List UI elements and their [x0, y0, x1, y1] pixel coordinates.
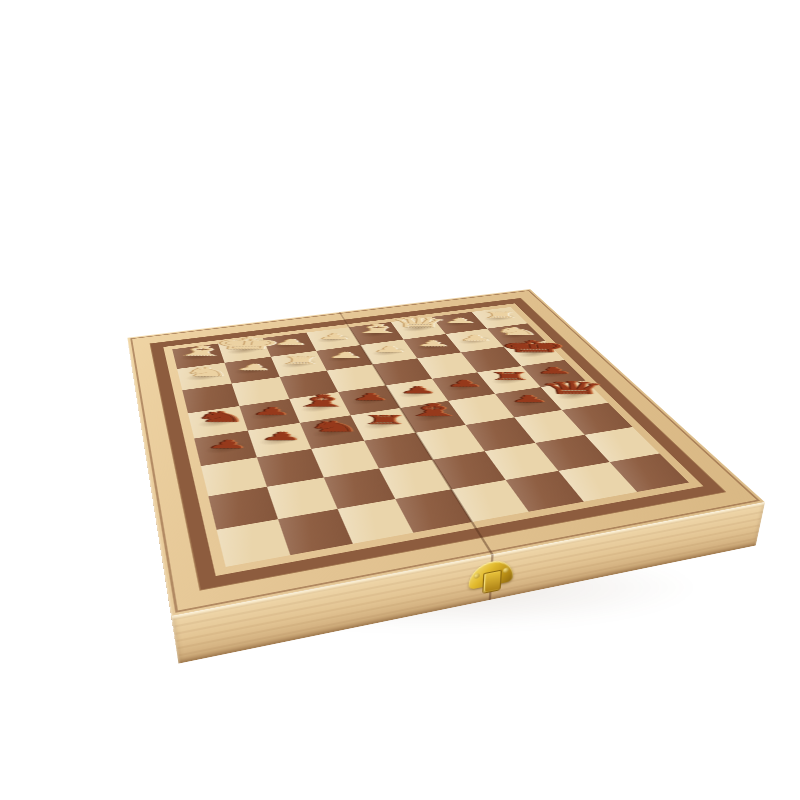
- square-g3[interactable]: [514, 410, 584, 443]
- square-b1[interactable]: [278, 509, 353, 555]
- black-pawn-icon: ♟: [534, 366, 573, 375]
- clasp-tongue-icon: [482, 570, 502, 594]
- square-f1[interactable]: [506, 471, 584, 512]
- square-g1[interactable]: [558, 462, 637, 502]
- square-e2[interactable]: [433, 451, 506, 489]
- square-a4[interactable]: [194, 431, 257, 466]
- black-knight-icon: ♞: [190, 409, 249, 424]
- white-bishop-icon: ♝: [169, 344, 232, 358]
- white-rook-icon: ♜: [480, 311, 519, 319]
- square-h2[interactable]: [585, 427, 660, 462]
- white-knight-icon: ♞: [492, 326, 541, 336]
- square-c3[interactable]: [311, 441, 379, 478]
- square-e1[interactable]: [451, 480, 528, 522]
- square-b2[interactable]: [267, 477, 338, 519]
- square-a1[interactable]: [217, 519, 291, 567]
- square-a2[interactable]: [208, 487, 278, 530]
- square-g2[interactable]: [535, 435, 609, 471]
- square-e3[interactable]: [416, 425, 485, 460]
- black-bishop-icon: ♝: [288, 392, 354, 408]
- black-pawn-icon: ♟: [204, 438, 249, 450]
- square-f2[interactable]: [485, 443, 559, 480]
- white-pawn-icon: ♟: [234, 363, 273, 372]
- white-pawn-icon: ♟: [372, 345, 408, 353]
- white-pawn-icon: ♟: [457, 334, 493, 342]
- white-pawn-icon: ♟: [327, 351, 364, 359]
- white-pawn-icon: ♟: [317, 332, 352, 340]
- square-d1[interactable]: [395, 489, 472, 532]
- white-rook-icon: ♜: [278, 355, 321, 365]
- square-c1[interactable]: [338, 499, 414, 544]
- piece-shadow: [256, 432, 301, 448]
- black-rook-icon: ♜: [361, 414, 407, 426]
- product-photo-scene: ♝♚♟♟♝♛♟♜♞♟♜♟♟♟♟♞♚♞♟♝♟♟♟♜♟♟♟♞♜♝♟♛: [0, 0, 800, 800]
- black-knight-icon: ♞: [304, 419, 361, 434]
- black-pawn-icon: ♟: [250, 406, 292, 416]
- square-d3[interactable]: [364, 433, 432, 469]
- square-c2[interactable]: [324, 468, 396, 508]
- black-pawn-icon: ♟: [508, 394, 549, 404]
- brass-clasp[interactable]: [468, 557, 514, 595]
- square-b3[interactable]: [257, 449, 324, 487]
- black-pawn-icon: ♟: [259, 430, 303, 441]
- square-d2[interactable]: [379, 460, 451, 499]
- black-rook-icon: ♜: [487, 371, 531, 381]
- black-king-icon: ♚: [496, 338, 571, 354]
- black-pawn-icon: ♟: [445, 379, 484, 388]
- square-b4[interactable]: [248, 423, 312, 458]
- white-knight-icon: ♞: [179, 365, 234, 377]
- piece-shadow: [309, 424, 354, 439]
- square-h1[interactable]: [610, 453, 689, 491]
- white-bishop-icon: ♝: [349, 322, 405, 334]
- black-pawn-icon: ♟: [398, 385, 437, 395]
- square-a3[interactable]: [201, 457, 267, 496]
- piece-shadow: [202, 440, 248, 456]
- square-f3[interactable]: [466, 417, 536, 451]
- black-pawn-icon: ♟: [350, 392, 389, 402]
- white-pawn-icon: ♟: [415, 339, 450, 347]
- black-bishop-icon: ♝: [401, 401, 467, 418]
